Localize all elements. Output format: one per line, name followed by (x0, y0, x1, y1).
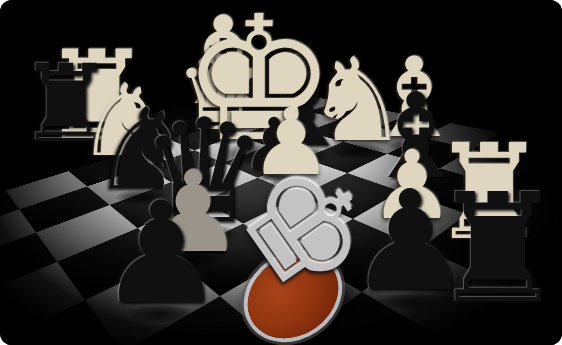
black-rook-kingside: ♜ (498, 319, 562, 345)
chess-3d-render: ♝♛♝♜♜♞♚♝♞♟♟♝♞♟♛♜♟♟♟♜♚ (0, 0, 562, 345)
black-pawn-queenside: ♟ (161, 318, 287, 345)
pieces-layer: ♝♛♝♜♜♞♚♝♞♟♟♝♞♟♛♜♟♟♟♜♚ (0, 0, 562, 345)
